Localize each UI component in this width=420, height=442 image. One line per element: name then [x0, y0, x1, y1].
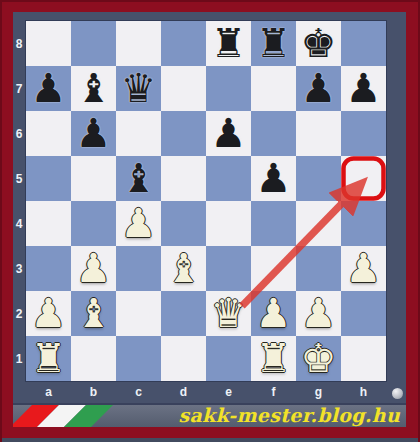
footer: sakk-mester.blog.hu	[13, 405, 406, 427]
white-pawn-g2: ♟	[296, 291, 341, 336]
square-e6[interactable]: ♟	[206, 111, 251, 156]
black-rook-e8: ♜	[206, 21, 251, 66]
rank-label-5: 5	[13, 156, 25, 201]
white-rook-f1: ♜	[251, 336, 296, 381]
square-f1[interactable]: ♜	[251, 336, 296, 381]
square-e7[interactable]	[206, 66, 251, 111]
rank-label-2: 2	[13, 291, 25, 336]
square-b6[interactable]: ♟	[71, 111, 116, 156]
square-c6[interactable]	[116, 111, 161, 156]
square-f2[interactable]: ♟	[251, 291, 296, 336]
black-bishop-c5: ♝	[116, 156, 161, 201]
black-pawn-g7: ♟	[296, 66, 341, 111]
square-h1[interactable]	[341, 336, 386, 381]
white-king-g1: ♚	[296, 336, 341, 381]
board: ♜♜♚♟♝♛♟♟♟♟♝♟♟♟♝♟♟♝♛♟♟♜♜♚	[25, 20, 387, 382]
square-h6[interactable]	[341, 111, 386, 156]
rank-label-8: 8	[13, 21, 25, 66]
square-f5[interactable]: ♟	[251, 156, 296, 201]
white-bishop-b2: ♝	[71, 291, 116, 336]
file-label-h: h	[341, 381, 386, 403]
square-g8[interactable]: ♚	[296, 21, 341, 66]
square-h7[interactable]: ♟	[341, 66, 386, 111]
square-g4[interactable]	[296, 201, 341, 246]
frame-bottom-shadow	[0, 438, 420, 442]
square-a6[interactable]	[26, 111, 71, 156]
square-h5[interactable]	[341, 156, 386, 201]
square-b4[interactable]	[71, 201, 116, 246]
square-c3[interactable]	[116, 246, 161, 291]
rank-label-4: 4	[13, 201, 25, 246]
square-d4[interactable]	[161, 201, 206, 246]
square-h8[interactable]	[341, 21, 386, 66]
square-d3[interactable]: ♝	[161, 246, 206, 291]
square-a8[interactable]	[26, 21, 71, 66]
file-label-a: a	[26, 381, 71, 403]
square-f7[interactable]	[251, 66, 296, 111]
square-h2[interactable]	[341, 291, 386, 336]
square-e4[interactable]	[206, 201, 251, 246]
square-e1[interactable]	[206, 336, 251, 381]
square-b7[interactable]: ♝	[71, 66, 116, 111]
hungarian-flag-icon	[13, 405, 123, 427]
file-labels: a b c d e f g h	[13, 381, 406, 405]
black-rook-f8: ♜	[251, 21, 296, 66]
square-b1[interactable]	[71, 336, 116, 381]
rank-label-7: 7	[13, 66, 25, 111]
file-label-c: c	[116, 381, 161, 403]
board-panel: 8 7 6 5 4 3 2 1 ♜♜♚♟♝♛♟♟♟♟♝♟♟♟♝♟♟♝♛♟♟♜♜♚…	[13, 12, 406, 427]
white-queen-e2: ♛	[206, 291, 251, 336]
black-pawn-h7: ♟	[341, 66, 386, 111]
white-pawn-f2: ♟	[251, 291, 296, 336]
square-g5[interactable]	[296, 156, 341, 201]
square-a5[interactable]	[26, 156, 71, 201]
file-label-b: b	[71, 381, 116, 403]
square-c4[interactable]: ♟	[116, 201, 161, 246]
file-label-g: g	[296, 381, 341, 403]
chess-diagram: 8 7 6 5 4 3 2 1 ♜♜♚♟♝♛♟♟♟♟♝♟♟♟♝♟♟♝♛♟♟♜♜♚…	[0, 0, 420, 442]
file-label-f: f	[251, 381, 296, 403]
white-pawn-b3: ♟	[71, 246, 116, 291]
square-g3[interactable]	[296, 246, 341, 291]
square-a4[interactable]	[26, 201, 71, 246]
white-bishop-d3: ♝	[161, 246, 206, 291]
white-rook-a1: ♜	[26, 336, 71, 381]
square-d8[interactable]	[161, 21, 206, 66]
square-h3[interactable]: ♟	[341, 246, 386, 291]
square-f4[interactable]	[251, 201, 296, 246]
square-f8[interactable]: ♜	[251, 21, 296, 66]
square-a3[interactable]	[26, 246, 71, 291]
square-a1[interactable]: ♜	[26, 336, 71, 381]
black-bishop-b7: ♝	[71, 66, 116, 111]
black-pawn-b6: ♟	[71, 111, 116, 156]
square-c2[interactable]	[116, 291, 161, 336]
square-a7[interactable]: ♟	[26, 66, 71, 111]
white-pawn-a2: ♟	[26, 291, 71, 336]
site-url[interactable]: sakk-mester.blog.hu	[179, 405, 401, 427]
square-f3[interactable]	[251, 246, 296, 291]
sphere-bullet-icon	[392, 388, 403, 399]
square-d2[interactable]	[161, 291, 206, 336]
square-c5[interactable]: ♝	[116, 156, 161, 201]
file-label-d: d	[161, 381, 206, 403]
square-d1[interactable]	[161, 336, 206, 381]
square-c1[interactable]	[116, 336, 161, 381]
square-d6[interactable]	[161, 111, 206, 156]
white-pawn-c4: ♟	[116, 201, 161, 246]
white-pawn-h3: ♟	[341, 246, 386, 291]
rank-label-6: 6	[13, 111, 25, 156]
square-e3[interactable]	[206, 246, 251, 291]
square-d5[interactable]	[161, 156, 206, 201]
square-f6[interactable]	[251, 111, 296, 156]
square-g2[interactable]: ♟	[296, 291, 341, 336]
rank-label-1: 1	[13, 336, 25, 381]
black-queen-c7: ♛	[116, 66, 161, 111]
square-c8[interactable]	[116, 21, 161, 66]
black-king-g8: ♚	[296, 21, 341, 66]
square-g1[interactable]: ♚	[296, 336, 341, 381]
file-label-e: e	[206, 381, 251, 403]
square-b2[interactable]: ♝	[71, 291, 116, 336]
square-g6[interactable]	[296, 111, 341, 156]
square-h4[interactable]	[341, 201, 386, 246]
square-e5[interactable]	[206, 156, 251, 201]
square-b3[interactable]: ♟	[71, 246, 116, 291]
black-pawn-e6: ♟	[206, 111, 251, 156]
square-a2[interactable]: ♟	[26, 291, 71, 336]
black-pawn-f5: ♟	[251, 156, 296, 201]
square-c7[interactable]: ♛	[116, 66, 161, 111]
square-g7[interactable]: ♟	[296, 66, 341, 111]
square-b8[interactable]	[71, 21, 116, 66]
square-b5[interactable]	[71, 156, 116, 201]
rank-label-3: 3	[13, 246, 25, 291]
square-e8[interactable]: ♜	[206, 21, 251, 66]
square-e2[interactable]: ♛	[206, 291, 251, 336]
square-d7[interactable]	[161, 66, 206, 111]
black-pawn-a7: ♟	[26, 66, 71, 111]
